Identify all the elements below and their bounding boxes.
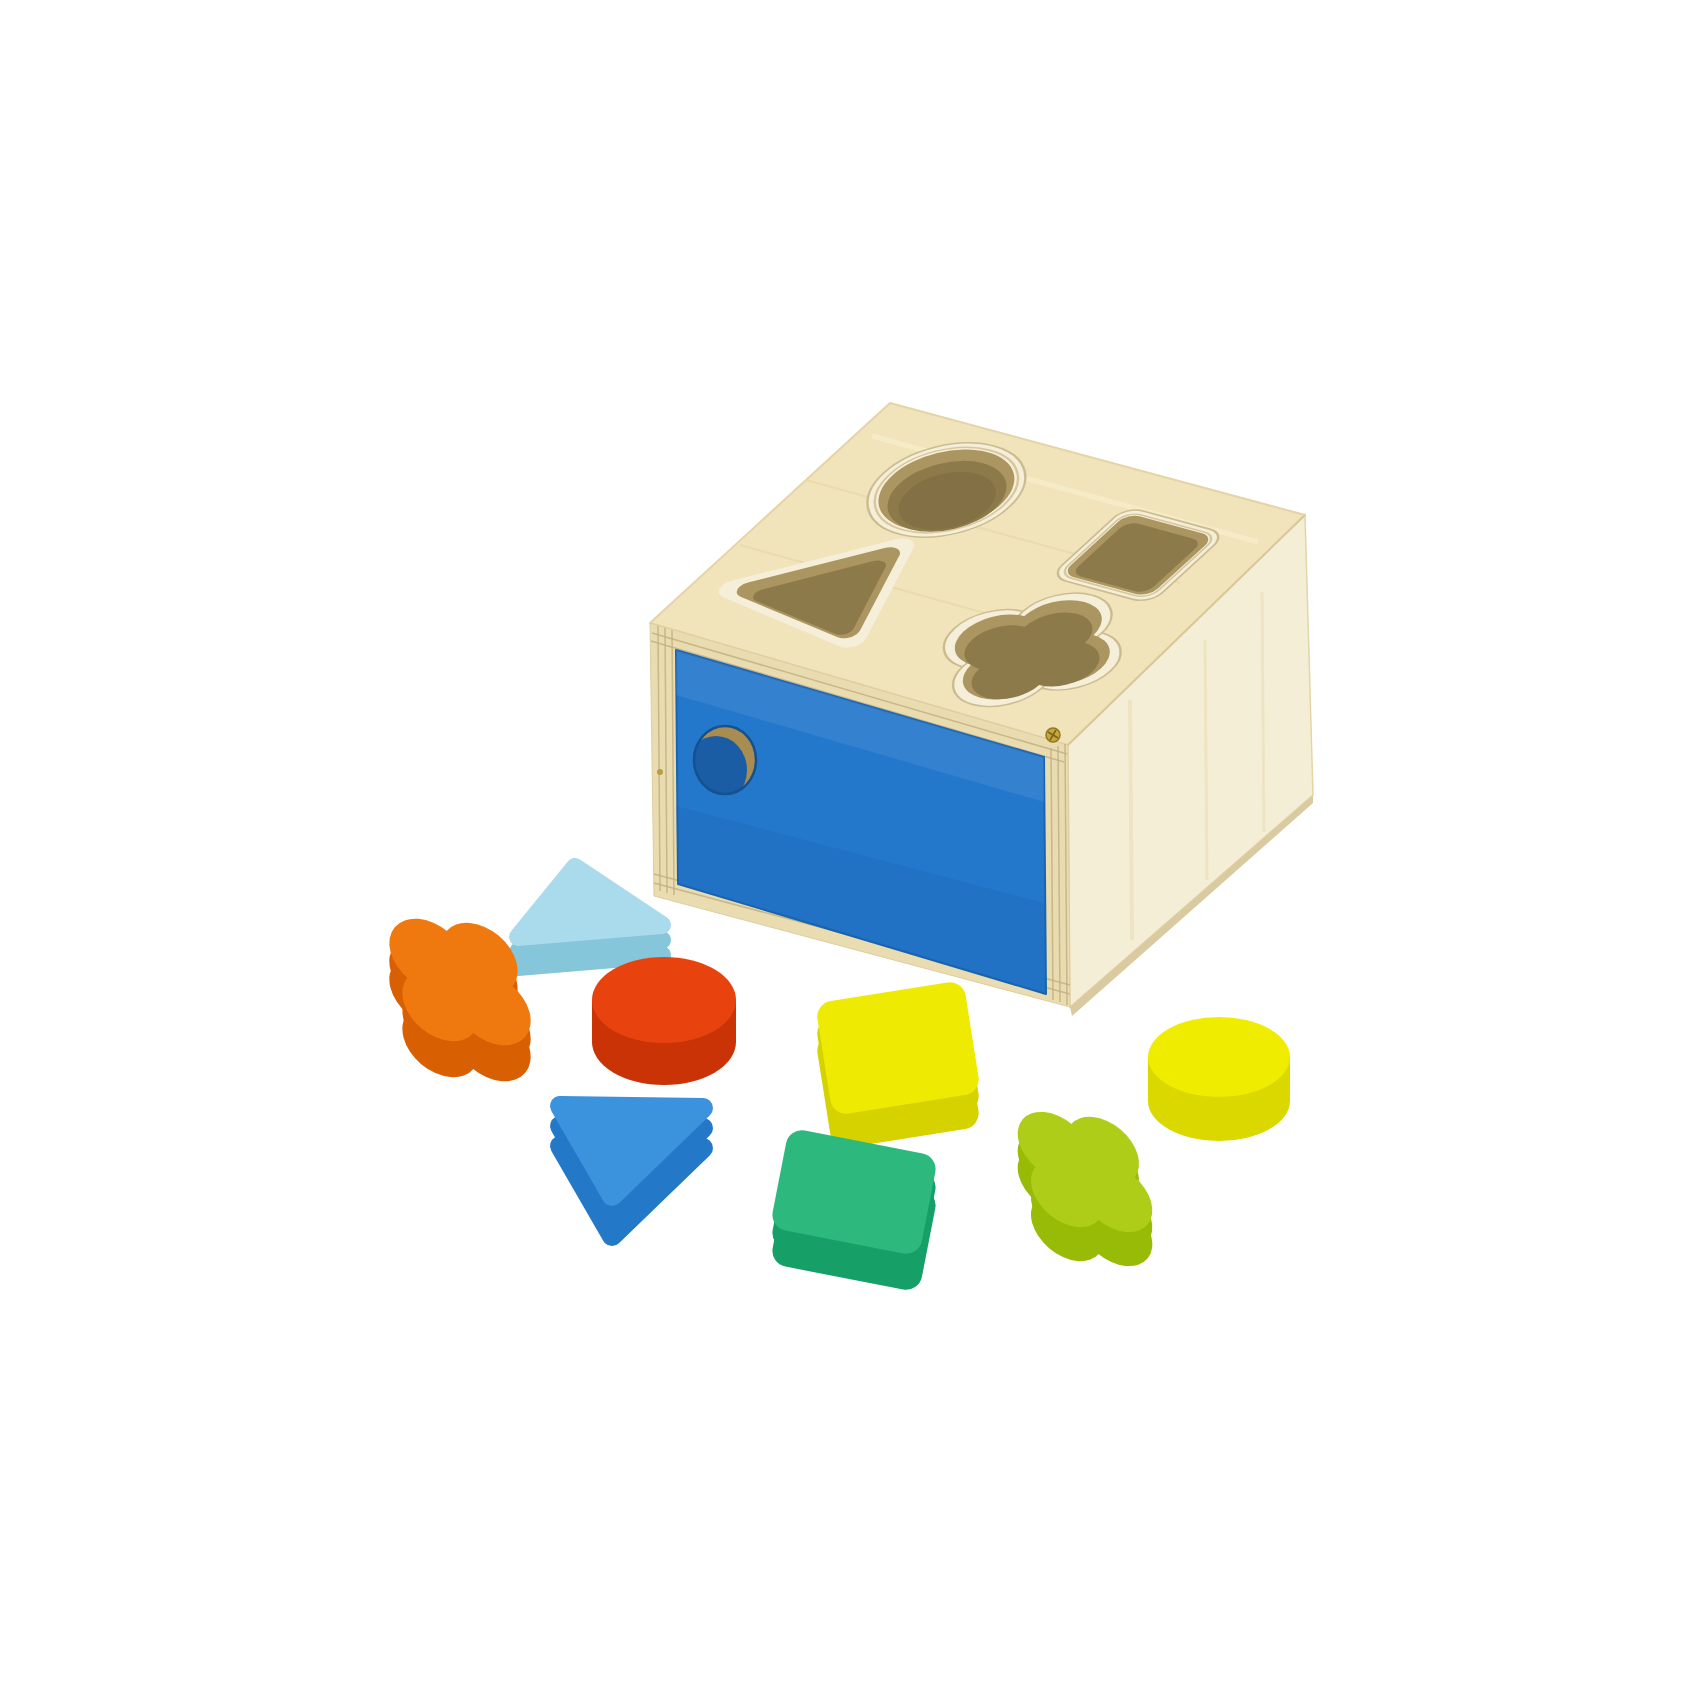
block-square-green[interactable] bbox=[770, 1127, 939, 1292]
block-circle-red[interactable] bbox=[592, 957, 736, 1085]
sorting-box bbox=[650, 403, 1313, 1016]
shape-sorter-scene bbox=[0, 0, 1700, 1700]
screw bbox=[1046, 728, 1060, 742]
product-photo-canvas bbox=[0, 0, 1700, 1700]
block-triangle-lightblue[interactable] bbox=[518, 867, 662, 967]
block-square-yellow[interactable] bbox=[815, 980, 981, 1150]
frame-nail bbox=[657, 769, 663, 775]
block-circle-yellow[interactable] bbox=[1148, 1017, 1290, 1141]
block-triangle-blue[interactable] bbox=[560, 1106, 703, 1236]
